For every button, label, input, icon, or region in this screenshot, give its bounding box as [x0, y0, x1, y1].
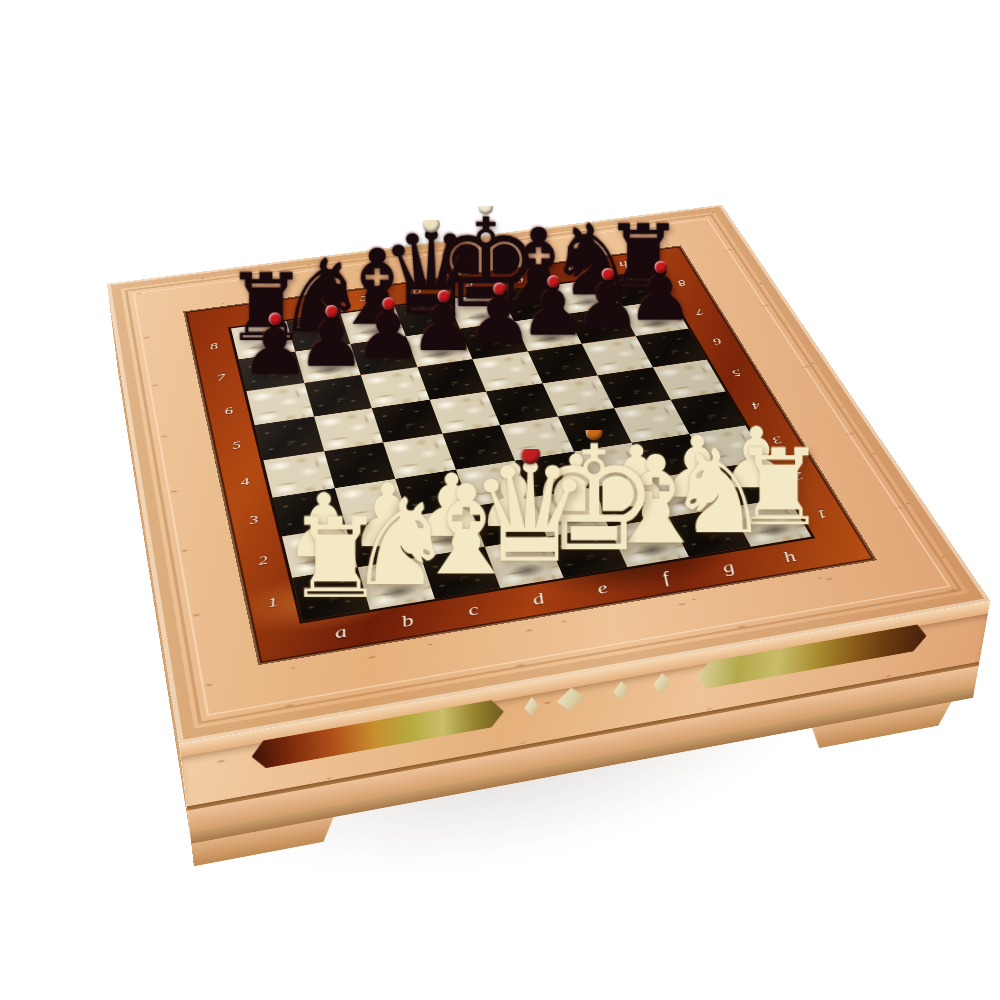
- rank-label: 7: [197, 359, 247, 397]
- amber-border: abcdefgh abcdefgh 87654321 87654321 ♜♞♝♛…: [185, 246, 874, 663]
- piece-white-rook[interactable]: ♜: [285, 506, 384, 611]
- square-a1[interactable]: ♜: [292, 567, 369, 621]
- piece-finial: [268, 312, 280, 324]
- piece-finial: [601, 268, 613, 280]
- chess-set-scene: abcdefgh abcdefgh 87654321 87654321 ♜♞♝♛…: [0, 0, 1000, 1000]
- rank-label: 5: [211, 425, 264, 467]
- piece-black-pawn[interactable]: ♟: [240, 310, 310, 384]
- square-b6[interactable]: [304, 375, 372, 416]
- piece-finial: [493, 282, 505, 294]
- piece-finial: [547, 275, 559, 287]
- piece-finial: [325, 305, 337, 317]
- rank-label: 6: [688, 323, 746, 359]
- piece-finial: [423, 216, 440, 233]
- piece-finial: [382, 297, 394, 309]
- piece-finial: [655, 261, 667, 273]
- chess-box: abcdefgh abcdefgh 87654321 87654321 ♜♞♝♛…: [107, 205, 990, 744]
- board-field: ♜♞♝♛♚♝♞♜♟♟♟♟♟♟♟♟♟♟♟♟♟♟♟♟♜♞♝♛♚♝♞♜: [231, 271, 811, 621]
- piece-finial: [438, 290, 450, 302]
- square-d5[interactable]: [429, 391, 500, 433]
- piece-finial: [520, 444, 541, 465]
- square-a7[interactable]: ♟: [239, 351, 304, 391]
